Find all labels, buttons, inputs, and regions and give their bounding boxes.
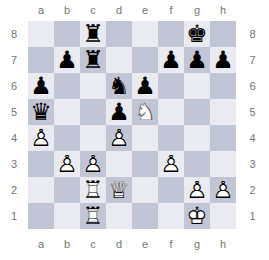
file-label-bottom-e: e [132,229,158,260]
square-c2[interactable]: ♜♖ [80,177,106,203]
black-pawn-g7[interactable]: ♟ [184,47,210,73]
square-a7[interactable] [28,47,54,73]
square-g2[interactable]: ♟♙ [184,177,210,203]
square-c8[interactable]: ♜ [80,21,106,47]
pawn-icon: ♙ [160,152,182,176]
square-d1[interactable] [106,203,132,229]
rank-label-left-6: 6 [0,73,28,99]
square-h7[interactable]: ♟ [210,47,236,73]
square-a3[interactable] [28,151,54,177]
white-pawn-f3[interactable]: ♟♙ [158,151,184,177]
pawn-icon: ♙ [186,178,208,202]
white-queen-d2[interactable]: ♛♕ [106,177,132,203]
square-f1[interactable] [158,203,184,229]
square-d7[interactable] [106,47,132,73]
file-label-bottom-f: f [158,229,184,260]
square-a8[interactable] [28,21,54,47]
chess-board: abcdefgh8♜♚87♟♜♟♟♟76♟♞♟65♛♟♞♘54♟♙♟♙43♟♙♟… [0,0,269,260]
square-h4[interactable] [210,125,236,151]
rank-label-right-1: 1 [236,203,269,229]
file-label-top-a: a [28,0,54,21]
square-f6[interactable] [158,73,184,99]
square-e1[interactable] [132,203,158,229]
square-b6[interactable] [54,73,80,99]
pawn-icon: ♙ [30,126,52,150]
board-corner [236,0,269,21]
square-e6[interactable]: ♟ [132,73,158,99]
rank-label-right-2: 2 [236,177,269,203]
square-g3[interactable] [184,151,210,177]
white-pawn-c3[interactable]: ♟♙ [80,151,106,177]
black-pawn-b7[interactable]: ♟ [54,47,80,73]
board-corner [0,229,28,260]
white-pawn-a4[interactable]: ♟♙ [28,125,54,151]
file-label-bottom-g: g [184,229,210,260]
square-a2[interactable] [28,177,54,203]
square-b2[interactable] [54,177,80,203]
square-g8[interactable]: ♚ [184,21,210,47]
pawn-icon: ♙ [108,126,130,150]
file-label-top-d: d [106,0,132,21]
rank-label-left-8: 8 [0,21,28,47]
rook-icon: ♜ [82,48,104,72]
square-g1[interactable]: ♚♔ [184,203,210,229]
chess-diagram: abcdefgh8♜♚87♟♜♟♟♟76♟♞♟65♛♟♞♘54♟♙♟♙43♟♙♟… [0,0,269,260]
rank-label-right-3: 3 [236,151,269,177]
square-f8[interactable] [158,21,184,47]
pawn-icon: ♟ [134,74,156,98]
square-c7[interactable]: ♜ [80,47,106,73]
rank-label-right-4: 4 [236,125,269,151]
black-rook-c8[interactable]: ♜ [80,21,106,47]
rank-label-left-3: 3 [0,151,28,177]
file-label-bottom-c: c [80,229,106,260]
queen-icon: ♕ [108,178,130,202]
square-e8[interactable] [132,21,158,47]
square-h6[interactable] [210,73,236,99]
file-label-bottom-a: a [28,229,54,260]
square-e4[interactable] [132,125,158,151]
square-h5[interactable] [210,99,236,125]
queen-icon: ♛ [30,100,52,124]
king-icon: ♔ [186,204,208,228]
black-knight-d6[interactable]: ♞ [106,73,132,99]
file-label-top-e: e [132,0,158,21]
rank-label-right-5: 5 [236,99,269,125]
square-d3[interactable] [106,151,132,177]
square-f5[interactable] [158,99,184,125]
pawn-icon: ♟ [108,100,130,124]
square-b8[interactable] [54,21,80,47]
black-king-g8[interactable]: ♚ [184,21,210,47]
file-label-top-h: h [210,0,236,21]
square-d5[interactable]: ♟ [106,99,132,125]
black-pawn-h7[interactable]: ♟ [210,47,236,73]
square-g7[interactable]: ♟ [184,47,210,73]
square-c4[interactable] [80,125,106,151]
pawn-icon: ♙ [82,152,104,176]
square-h1[interactable] [210,203,236,229]
white-rook-c2[interactable]: ♜♖ [80,177,106,203]
file-label-top-f: f [158,0,184,21]
square-g6[interactable] [184,73,210,99]
white-pawn-d4[interactable]: ♟♙ [106,125,132,151]
knight-icon: ♞ [108,74,130,98]
square-g4[interactable] [184,125,210,151]
square-h8[interactable] [210,21,236,47]
square-h3[interactable] [210,151,236,177]
square-a5[interactable]: ♛ [28,99,54,125]
rook-icon: ♜ [82,22,104,46]
rank-label-left-1: 1 [0,203,28,229]
square-e3[interactable] [132,151,158,177]
file-label-top-b: b [54,0,80,21]
white-pawn-h2[interactable]: ♟♙ [210,177,236,203]
square-a4[interactable]: ♟♙ [28,125,54,151]
square-e2[interactable] [132,177,158,203]
file-label-top-g: g [184,0,210,21]
pawn-icon: ♟ [56,48,78,72]
square-f7[interactable]: ♟ [158,47,184,73]
pawn-icon: ♟ [186,48,208,72]
rank-label-right-6: 6 [236,73,269,99]
square-f2[interactable] [158,177,184,203]
rank-label-left-2: 2 [0,177,28,203]
board-corner [0,0,28,21]
white-rook-c1[interactable]: ♜♖ [80,203,106,229]
black-pawn-f7[interactable]: ♟ [158,47,184,73]
black-pawn-a6[interactable]: ♟ [28,73,54,99]
rook-icon: ♖ [82,204,104,228]
square-a6[interactable]: ♟ [28,73,54,99]
rank-label-left-4: 4 [0,125,28,151]
rook-icon: ♖ [82,178,104,202]
black-queen-a5[interactable]: ♛ [28,99,54,125]
file-label-bottom-h: h [210,229,236,260]
square-d2[interactable]: ♛♕ [106,177,132,203]
knight-icon: ♘ [134,100,156,124]
pawn-icon: ♟ [30,74,52,98]
black-pawn-e6[interactable]: ♟ [132,73,158,99]
square-d6[interactable]: ♞ [106,73,132,99]
white-pawn-g2[interactable]: ♟♙ [184,177,210,203]
black-rook-c7[interactable]: ♜ [80,47,106,73]
square-b3[interactable]: ♟♙ [54,151,80,177]
pawn-icon: ♙ [212,178,234,202]
file-label-bottom-b: b [54,229,80,260]
square-c1[interactable]: ♜♖ [80,203,106,229]
square-h2[interactable]: ♟♙ [210,177,236,203]
square-f3[interactable]: ♟♙ [158,151,184,177]
square-e7[interactable] [132,47,158,73]
white-pawn-b3[interactable]: ♟♙ [54,151,80,177]
square-b5[interactable] [54,99,80,125]
file-label-top-c: c [80,0,106,21]
square-b4[interactable] [54,125,80,151]
king-icon: ♚ [186,22,208,46]
square-d4[interactable]: ♟♙ [106,125,132,151]
pawn-icon: ♟ [160,48,182,72]
square-c3[interactable]: ♟♙ [80,151,106,177]
rank-label-left-5: 5 [0,99,28,125]
square-b1[interactable] [54,203,80,229]
white-king-g1[interactable]: ♚♔ [184,203,210,229]
square-a1[interactable] [28,203,54,229]
white-knight-e5[interactable]: ♞♘ [132,99,158,125]
square-g5[interactable] [184,99,210,125]
square-c5[interactable] [80,99,106,125]
square-c6[interactable] [80,73,106,99]
square-b7[interactable]: ♟ [54,47,80,73]
square-e5[interactable]: ♞♘ [132,99,158,125]
file-label-bottom-d: d [106,229,132,260]
rank-label-right-8: 8 [236,21,269,47]
square-f4[interactable] [158,125,184,151]
square-d8[interactable] [106,21,132,47]
rank-label-right-7: 7 [236,47,269,73]
black-pawn-d5[interactable]: ♟ [106,99,132,125]
pawn-icon: ♙ [56,152,78,176]
rank-label-left-7: 7 [0,47,28,73]
pawn-icon: ♟ [212,48,234,72]
board-corner [236,229,269,260]
